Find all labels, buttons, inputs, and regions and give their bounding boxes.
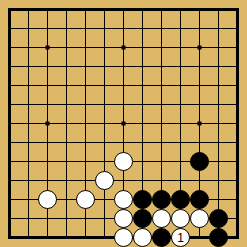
board-grid: 1	[0, 0, 247, 247]
stone-black	[190, 190, 209, 209]
stone-white	[95, 171, 114, 190]
stone-white	[38, 190, 57, 209]
go-board-diagram: 1	[0, 0, 247, 247]
stone-black	[171, 190, 190, 209]
stone-white	[76, 190, 95, 209]
stone-white	[114, 209, 133, 228]
stone-white-move-1: 1	[171, 228, 190, 247]
stone-black	[209, 209, 228, 228]
stone-white	[171, 209, 190, 228]
stone-white	[114, 152, 133, 171]
stone-white	[190, 209, 209, 228]
stone-white	[114, 228, 133, 247]
stone-white	[114, 190, 133, 209]
stone-black	[152, 190, 171, 209]
stone-white	[152, 209, 171, 228]
stone-black	[190, 152, 209, 171]
stone-black	[133, 209, 152, 228]
stone-black	[209, 228, 228, 247]
stone-black	[133, 190, 152, 209]
stone-black	[152, 228, 171, 247]
stone-white	[133, 228, 152, 247]
